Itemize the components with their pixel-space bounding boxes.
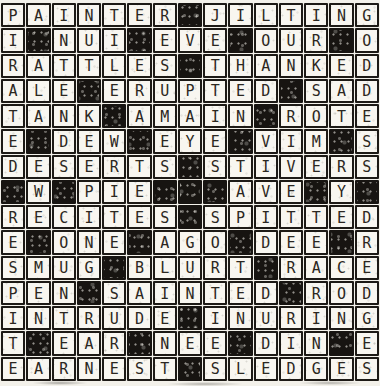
letter-cell: A <box>178 104 202 128</box>
black-cell <box>203 180 227 204</box>
letter-cell: I <box>52 3 76 27</box>
black-cell <box>127 230 151 254</box>
letter-cell: R <box>304 281 328 305</box>
letter-cell: D <box>355 54 379 78</box>
cell-letter: S <box>110 286 119 301</box>
black-cell <box>26 129 50 153</box>
cell-letter: E <box>337 362 346 377</box>
letter-cell: K <box>77 104 101 128</box>
letter-cell: S <box>203 357 227 381</box>
cell-letter: A <box>34 8 43 23</box>
letter-cell: N <box>228 306 252 330</box>
letter-cell: E <box>355 331 379 355</box>
cell-letter: T <box>337 109 346 124</box>
cell-letter: E <box>135 185 144 200</box>
letter-cell: S <box>153 54 177 78</box>
cell-letter: A <box>160 236 169 251</box>
cell-letter: N <box>59 109 68 124</box>
black-cell <box>279 79 303 103</box>
letter-cell: T <box>77 54 101 78</box>
letter-cell: P <box>1 281 25 305</box>
black-cell <box>102 104 126 128</box>
letter-cell: I <box>304 3 328 27</box>
black-cell <box>127 129 151 153</box>
cell-letter: E <box>110 362 119 377</box>
letter-cell: R <box>279 256 303 280</box>
cell-letter: D <box>287 362 296 377</box>
cell-letter: D <box>362 59 371 74</box>
letter-cell: D <box>254 281 278 305</box>
cell-letter: E <box>34 210 43 225</box>
cell-letter: A <box>34 59 43 74</box>
letter-cell: E <box>153 306 177 330</box>
cell-letter: K <box>312 59 321 74</box>
black-cell <box>254 256 278 280</box>
letter-cell: S <box>355 155 379 179</box>
letter-cell: M <box>26 256 50 280</box>
cell-letter: I <box>287 134 296 149</box>
cell-letter: T <box>211 286 220 301</box>
letter-cell: G <box>355 306 379 330</box>
cell-letter: S <box>211 210 220 225</box>
letter-cell: C <box>329 256 353 280</box>
cell-letter: I <box>211 311 220 326</box>
cell-letter: E <box>34 160 43 175</box>
letter-cell: N <box>178 281 202 305</box>
letter-cell: M <box>304 129 328 153</box>
letter-cell: R <box>127 79 151 103</box>
crossword-grid: PAINTERJILTINGINUIEVEOURORATTLESTHANKEDA… <box>1 3 379 381</box>
cell-letter: P <box>9 286 18 301</box>
cell-letter: T <box>135 160 144 175</box>
black-cell <box>329 331 353 355</box>
cell-letter: N <box>312 337 321 352</box>
cell-letter: D <box>59 134 68 149</box>
letter-cell: E <box>102 357 126 381</box>
letter-cell: T <box>304 205 328 229</box>
letter-cell: D <box>254 331 278 355</box>
cell-letter: V <box>185 33 194 48</box>
cell-letter: N <box>59 33 68 48</box>
cell-letter: I <box>59 8 68 23</box>
cell-letter: M <box>312 134 321 149</box>
black-cell <box>178 3 202 27</box>
letter-cell: E <box>203 129 227 153</box>
letter-cell: E <box>329 54 353 78</box>
cell-letter: E <box>211 33 220 48</box>
letter-cell: S <box>203 155 227 179</box>
cell-letter: E <box>160 134 169 149</box>
letter-cell: R <box>329 155 353 179</box>
cell-letter: R <box>84 311 93 326</box>
letter-cell: I <box>1 306 25 330</box>
letter-cell: A <box>127 104 151 128</box>
cell-letter: N <box>337 311 346 326</box>
cell-letter: D <box>9 160 18 175</box>
letter-cell: A <box>26 54 50 78</box>
cell-letter: E <box>84 160 93 175</box>
cell-letter: I <box>110 33 119 48</box>
cell-letter: S <box>312 84 321 99</box>
black-cell <box>329 230 353 254</box>
cell-letter: N <box>84 236 93 251</box>
letter-cell: R <box>153 3 177 27</box>
cell-letter: I <box>261 160 270 175</box>
letter-cell: E <box>355 256 379 280</box>
cell-letter: U <box>84 33 93 48</box>
letter-cell: R <box>102 331 126 355</box>
letter-cell: E <box>355 104 379 128</box>
cell-letter: E <box>9 236 18 251</box>
letter-cell: T <box>127 155 151 179</box>
cell-letter: N <box>34 311 43 326</box>
cell-letter: E <box>287 185 296 200</box>
letter-cell: C <box>52 205 76 229</box>
letter-cell: D <box>1 155 25 179</box>
letter-cell: V <box>254 180 278 204</box>
black-cell <box>127 28 151 52</box>
cell-letter: E <box>362 261 371 276</box>
letter-cell: R <box>279 104 303 128</box>
letter-cell: S <box>127 357 151 381</box>
cell-letter: A <box>337 84 346 99</box>
letter-cell: R <box>52 357 76 381</box>
letter-cell: R <box>203 256 227 280</box>
letter-cell: I <box>203 306 227 330</box>
cell-letter: B <box>135 261 144 276</box>
cell-letter: S <box>160 59 169 74</box>
letter-cell: Y <box>329 180 353 204</box>
cell-letter: D <box>135 311 144 326</box>
cell-letter: T <box>59 59 68 74</box>
cell-letter: V <box>261 185 270 200</box>
letter-cell: A <box>26 104 50 128</box>
cell-letter: J <box>211 8 220 23</box>
cell-letter: S <box>362 134 371 149</box>
black-cell <box>153 180 177 204</box>
cell-letter: T <box>236 261 245 276</box>
letter-cell: P <box>228 205 252 229</box>
cell-letter: N <box>337 8 346 23</box>
cell-letter: L <box>236 362 245 377</box>
letter-cell: S <box>52 155 76 179</box>
letter-cell: S <box>153 155 177 179</box>
letter-cell: E <box>1 230 25 254</box>
cell-letter: R <box>9 59 18 74</box>
letter-cell: T <box>203 281 227 305</box>
cell-letter: A <box>185 109 194 124</box>
cell-letter: I <box>312 311 321 326</box>
cell-letter: N <box>185 286 194 301</box>
letter-cell: U <box>178 256 202 280</box>
cell-letter: A <box>34 109 43 124</box>
cell-letter: E <box>185 337 194 352</box>
letter-cell: O <box>329 281 353 305</box>
letter-cell: I <box>102 28 126 52</box>
cell-letter: K <box>84 109 93 124</box>
cell-letter: E <box>34 286 43 301</box>
black-cell <box>254 104 278 128</box>
letter-cell: E <box>26 155 50 179</box>
letter-cell: E <box>52 331 76 355</box>
letter-cell: N <box>77 357 101 381</box>
letter-cell: I <box>228 3 252 27</box>
cell-letter: O <box>312 109 321 124</box>
cell-letter: S <box>59 160 68 175</box>
cell-letter: I <box>84 210 93 225</box>
black-cell <box>178 357 202 381</box>
cell-letter: G <box>362 311 371 326</box>
black-cell <box>178 155 202 179</box>
letter-cell: T <box>102 3 126 27</box>
black-cell <box>228 28 252 52</box>
cell-letter: T <box>59 311 68 326</box>
letter-cell: I <box>1 28 25 52</box>
letter-cell: S <box>355 129 379 153</box>
cell-letter: E <box>110 84 119 99</box>
cell-letter: U <box>185 261 194 276</box>
cell-letter: E <box>9 362 18 377</box>
cell-letter: S <box>9 261 18 276</box>
cell-letter: O <box>59 236 68 251</box>
cell-letter: E <box>337 210 346 225</box>
letter-cell: N <box>77 3 101 27</box>
letter-cell: V <box>254 129 278 153</box>
letter-cell: N <box>304 331 328 355</box>
cell-letter: D <box>261 286 270 301</box>
cell-letter: R <box>160 8 169 23</box>
letter-cell: S <box>203 205 227 229</box>
cell-letter: D <box>362 210 371 225</box>
letter-cell: E <box>1 129 25 153</box>
letter-cell: E <box>203 331 227 355</box>
letter-cell: E <box>127 180 151 204</box>
cell-letter: I <box>236 8 245 23</box>
cell-letter: E <box>84 134 93 149</box>
letter-cell: T <box>1 331 25 355</box>
letter-cell: D <box>127 306 151 330</box>
black-cell <box>228 331 252 355</box>
cell-letter: T <box>9 109 18 124</box>
letter-cell: E <box>77 129 101 153</box>
letter-cell: E <box>279 180 303 204</box>
cell-letter: T <box>312 210 321 225</box>
letter-cell: W <box>26 180 50 204</box>
letter-cell: D <box>254 79 278 103</box>
cell-letter: R <box>110 337 119 352</box>
letter-cell: U <box>279 28 303 52</box>
cell-letter: E <box>59 337 68 352</box>
black-cell <box>178 180 202 204</box>
cell-letter: E <box>59 84 68 99</box>
letter-cell: U <box>52 256 76 280</box>
letter-cell: E <box>304 155 328 179</box>
cell-letter: Y <box>337 185 346 200</box>
letter-cell: E <box>102 79 126 103</box>
cell-letter: S <box>362 160 371 175</box>
letter-cell: E <box>127 205 151 229</box>
letter-cell: I <box>254 155 278 179</box>
cell-letter: R <box>59 362 68 377</box>
letter-cell: S <box>304 79 328 103</box>
cell-letter: E <box>236 286 245 301</box>
letter-cell: U <box>102 306 126 330</box>
letter-cell: N <box>52 281 76 305</box>
cell-letter: I <box>110 185 119 200</box>
letter-cell: N <box>26 306 50 330</box>
letter-cell: N <box>153 331 177 355</box>
cell-letter: P <box>185 84 194 99</box>
letter-cell: H <box>228 54 252 78</box>
cell-letter: A <box>9 84 18 99</box>
cell-letter: L <box>34 84 43 99</box>
cell-letter: G <box>362 8 371 23</box>
cell-letter: I <box>9 311 18 326</box>
cell-letter: T <box>110 8 119 23</box>
cell-letter: E <box>312 160 321 175</box>
black-cell <box>228 230 252 254</box>
black-cell <box>26 331 50 355</box>
letter-cell: D <box>355 79 379 103</box>
letter-cell: E <box>153 28 177 52</box>
cell-letter: I <box>211 109 220 124</box>
letter-cell: L <box>254 3 278 27</box>
letter-cell: O <box>52 230 76 254</box>
cell-letter: L <box>261 8 270 23</box>
letter-cell: N <box>228 104 252 128</box>
letter-cell: U <box>77 28 101 52</box>
black-cell <box>329 28 353 52</box>
letter-cell: E <box>52 79 76 103</box>
cell-letter: T <box>236 160 245 175</box>
letter-cell: O <box>203 230 227 254</box>
cell-letter: O <box>362 33 371 48</box>
cell-letter: P <box>9 8 18 23</box>
letter-cell: A <box>153 230 177 254</box>
cell-letter: I <box>312 8 321 23</box>
cell-letter: N <box>160 337 169 352</box>
cell-letter: N <box>287 59 296 74</box>
letter-cell: I <box>254 205 278 229</box>
letter-cell: G <box>77 256 101 280</box>
cell-letter: E <box>135 8 144 23</box>
letter-cell: I <box>102 180 126 204</box>
letter-cell: E <box>153 129 177 153</box>
letter-cell: T <box>228 155 252 179</box>
cell-letter: D <box>362 84 371 99</box>
black-cell <box>52 180 76 204</box>
cell-letter: E <box>261 362 270 377</box>
letter-cell: I <box>203 104 227 128</box>
letter-cell: E <box>254 357 278 381</box>
letter-cell: R <box>1 205 25 229</box>
letter-cell: A <box>329 79 353 103</box>
black-cell <box>26 230 50 254</box>
black-cell <box>102 256 126 280</box>
cell-letter: L <box>160 261 169 276</box>
letter-cell: E <box>127 3 151 27</box>
letter-cell: G <box>355 3 379 27</box>
cell-letter: U <box>110 311 119 326</box>
cell-letter: A <box>135 286 144 301</box>
letter-cell: A <box>304 256 328 280</box>
black-cell <box>355 180 379 204</box>
letter-cell: I <box>77 205 101 229</box>
cell-letter: D <box>261 337 270 352</box>
cell-letter: E <box>135 59 144 74</box>
cell-letter: R <box>211 261 220 276</box>
letter-cell: I <box>304 306 328 330</box>
letter-cell: R <box>279 306 303 330</box>
letter-cell: D <box>355 281 379 305</box>
cell-letter: N <box>84 8 93 23</box>
cell-letter: O <box>261 33 270 48</box>
letter-cell: O <box>254 28 278 52</box>
black-cell <box>26 28 50 52</box>
letter-cell: P <box>1 3 25 27</box>
letter-cell: R <box>77 306 101 330</box>
cell-letter: I <box>160 286 169 301</box>
cell-letter: S <box>160 210 169 225</box>
letter-cell: G <box>178 230 202 254</box>
letter-cell: L <box>228 357 252 381</box>
letter-cell: U <box>153 79 177 103</box>
cell-letter: T <box>84 59 93 74</box>
letter-cell: T <box>52 54 76 78</box>
letter-cell: W <box>102 129 126 153</box>
cell-letter: E <box>362 109 371 124</box>
cell-letter: I <box>9 33 18 48</box>
cell-letter: T <box>287 8 296 23</box>
letter-cell: T <box>203 79 227 103</box>
cell-letter: I <box>287 337 296 352</box>
cell-letter: E <box>110 236 119 251</box>
cell-letter: S <box>362 362 371 377</box>
cell-letter: N <box>236 109 245 124</box>
letter-cell: R <box>304 28 328 52</box>
cell-letter: E <box>135 210 144 225</box>
cell-letter: P <box>84 185 93 200</box>
letter-cell: E <box>178 331 202 355</box>
cell-letter: W <box>34 185 43 200</box>
cell-letter: U <box>59 261 68 276</box>
cell-letter: M <box>34 261 43 276</box>
letter-cell: M <box>153 104 177 128</box>
cell-letter: R <box>312 286 321 301</box>
letter-cell: D <box>279 357 303 381</box>
cell-letter: T <box>9 337 18 352</box>
letter-cell: D <box>355 205 379 229</box>
cell-letter: R <box>135 84 144 99</box>
cell-letter: E <box>9 134 18 149</box>
letter-cell: K <box>304 54 328 78</box>
letter-cell: A <box>77 331 101 355</box>
letter-cell: A <box>26 3 50 27</box>
letter-cell: E <box>228 79 252 103</box>
cell-letter: A <box>261 59 270 74</box>
letter-cell: T <box>153 357 177 381</box>
letter-cell: R <box>102 155 126 179</box>
black-cell <box>127 331 151 355</box>
cell-letter: R <box>287 311 296 326</box>
letter-cell: T <box>52 306 76 330</box>
letter-cell: O <box>355 28 379 52</box>
cell-letter: R <box>287 261 296 276</box>
cell-letter: A <box>312 261 321 276</box>
cell-letter: R <box>312 33 321 48</box>
letter-cell: G <box>304 357 328 381</box>
cell-letter: R <box>362 236 371 251</box>
